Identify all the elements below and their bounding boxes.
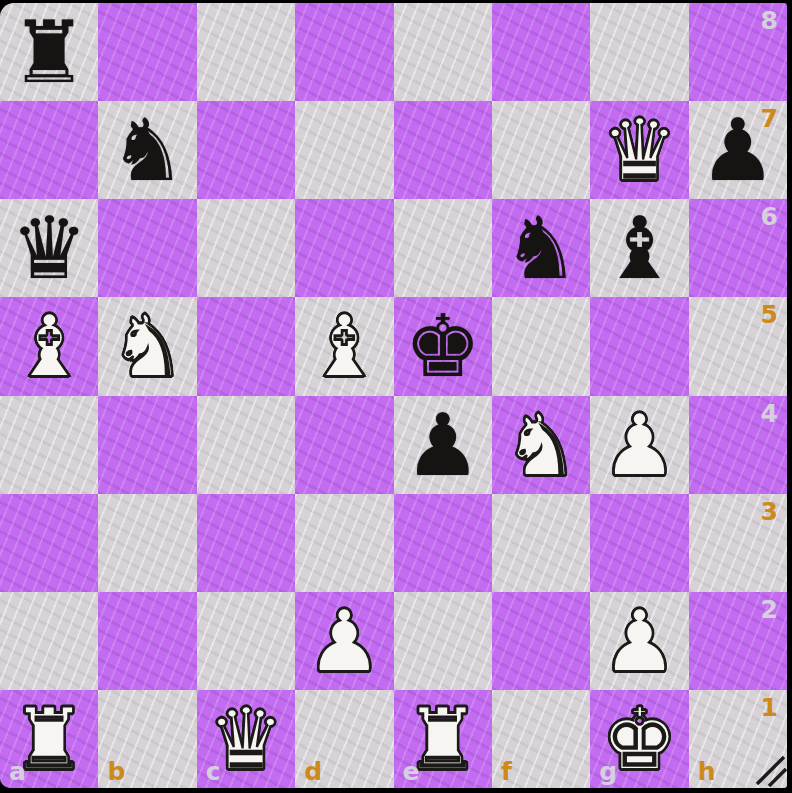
square-g1[interactable]: ♚g [590,690,688,788]
rank-label-6: 6 [761,204,778,229]
square-d3[interactable] [295,494,393,592]
rank-label-3: 3 [761,499,778,524]
file-label-d: d [304,759,322,784]
square-e2[interactable] [394,592,492,690]
square-c2[interactable] [197,592,295,690]
square-g6[interactable]: ♝ [590,199,688,297]
square-e5[interactable]: ♚ [394,297,492,395]
piece-white-rook[interactable]: ♜ [394,690,492,788]
piece-white-bishop[interactable]: ♝ [295,297,393,395]
square-g4[interactable]: ♟ [590,396,688,494]
square-b4[interactable] [98,396,196,494]
square-g8[interactable] [590,3,688,101]
square-c1[interactable]: ♛c [197,690,295,788]
piece-white-knight[interactable]: ♞ [98,297,196,395]
square-g5[interactable] [590,297,688,395]
square-a7[interactable] [0,101,98,199]
square-b6[interactable] [98,199,196,297]
piece-white-pawn[interactable]: ♟ [590,396,688,494]
square-f1[interactable]: f [492,690,590,788]
piece-black-rook[interactable]: ♜ [0,3,98,101]
square-a3[interactable] [0,494,98,592]
chess-board: ♜8♞♛♟7♛♞♝6♝♞♝♚5♟♞♟43♟♟2♜ab♛cd♜ef♚g1h [0,3,787,788]
piece-black-queen[interactable]: ♛ [0,199,98,297]
file-label-f: f [501,759,512,784]
square-b8[interactable] [98,3,196,101]
square-b3[interactable] [98,494,196,592]
piece-white-queen[interactable]: ♛ [590,101,688,199]
file-label-b: b [107,759,125,784]
square-f6[interactable]: ♞ [492,199,590,297]
rank-label-8: 8 [761,8,778,33]
piece-black-bishop[interactable]: ♝ [590,199,688,297]
square-g3[interactable] [590,494,688,592]
piece-black-pawn[interactable]: ♟ [689,101,787,199]
piece-black-king[interactable]: ♚ [394,297,492,395]
square-d8[interactable] [295,3,393,101]
square-f2[interactable] [492,592,590,690]
square-a5[interactable]: ♝ [0,297,98,395]
square-h7[interactable]: ♟7 [689,101,787,199]
square-h2[interactable]: 2 [689,592,787,690]
rank-label-2: 2 [761,597,778,622]
piece-black-pawn[interactable]: ♟ [394,396,492,494]
square-e6[interactable] [394,199,492,297]
square-g7[interactable]: ♛ [590,101,688,199]
square-e8[interactable] [394,3,492,101]
square-c3[interactable] [197,494,295,592]
piece-white-rook[interactable]: ♜ [0,690,98,788]
piece-black-knight[interactable]: ♞ [98,101,196,199]
square-e1[interactable]: ♜e [394,690,492,788]
square-f8[interactable] [492,3,590,101]
square-h4[interactable]: 4 [689,396,787,494]
piece-white-pawn[interactable]: ♟ [295,592,393,690]
piece-white-king[interactable]: ♚ [590,690,688,788]
square-a1[interactable]: ♜a [0,690,98,788]
square-a8[interactable]: ♜ [0,3,98,101]
piece-white-pawn[interactable]: ♟ [590,592,688,690]
piece-black-knight[interactable]: ♞ [492,199,590,297]
square-d7[interactable] [295,101,393,199]
square-d6[interactable] [295,199,393,297]
piece-white-bishop[interactable]: ♝ [0,297,98,395]
resize-grip-icon[interactable] [753,753,789,789]
square-c6[interactable] [197,199,295,297]
square-b7[interactable]: ♞ [98,101,196,199]
square-f7[interactable] [492,101,590,199]
square-c8[interactable] [197,3,295,101]
square-d2[interactable]: ♟ [295,592,393,690]
rank-label-1: 1 [761,695,778,720]
file-label-h: h [698,759,716,784]
rank-label-4: 4 [761,401,778,426]
square-a2[interactable] [0,592,98,690]
square-a6[interactable]: ♛ [0,199,98,297]
square-e7[interactable] [394,101,492,199]
square-f5[interactable] [492,297,590,395]
square-c5[interactable] [197,297,295,395]
square-b1[interactable]: b [98,690,196,788]
square-b5[interactable]: ♞ [98,297,196,395]
app-window: ♜8♞♛♟7♛♞♝6♝♞♝♚5♟♞♟43♟♟2♜ab♛cd♜ef♚g1h [0,0,792,793]
square-a4[interactable] [0,396,98,494]
square-d1[interactable]: d [295,690,393,788]
square-h3[interactable]: 3 [689,494,787,592]
piece-white-queen[interactable]: ♛ [197,690,295,788]
square-f4[interactable]: ♞ [492,396,590,494]
square-d5[interactable]: ♝ [295,297,393,395]
rank-label-5: 5 [761,302,778,327]
square-c7[interactable] [197,101,295,199]
square-h5[interactable]: 5 [689,297,787,395]
square-e4[interactable]: ♟ [394,396,492,494]
piece-white-knight[interactable]: ♞ [492,396,590,494]
square-h8[interactable]: 8 [689,3,787,101]
square-f3[interactable] [492,494,590,592]
square-c4[interactable] [197,396,295,494]
square-d4[interactable] [295,396,393,494]
square-b2[interactable] [98,592,196,690]
square-h6[interactable]: 6 [689,199,787,297]
square-e3[interactable] [394,494,492,592]
square-g2[interactable]: ♟ [590,592,688,690]
